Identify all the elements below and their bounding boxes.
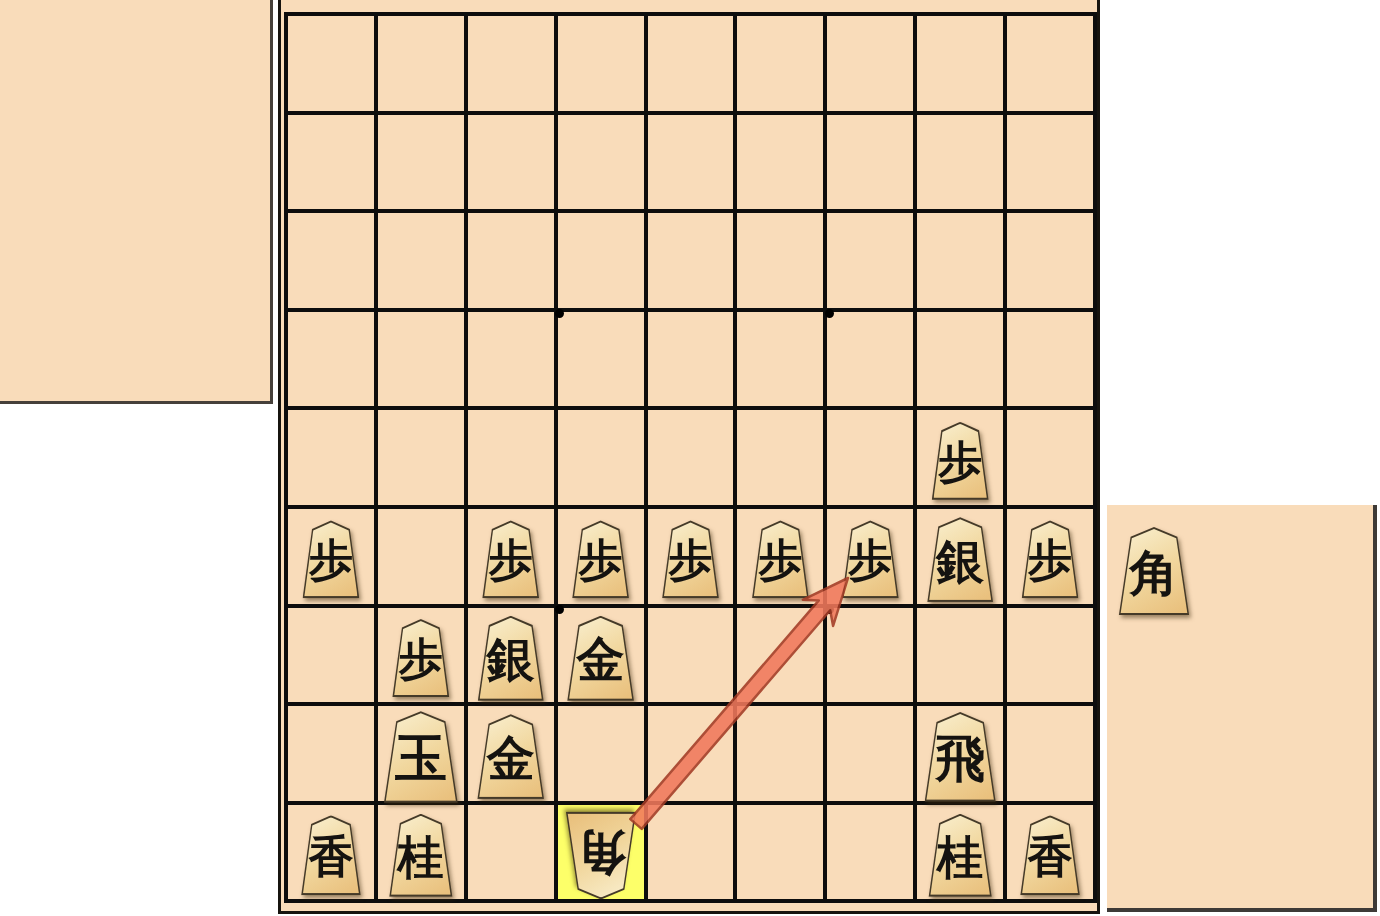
board-cell-3i[interactable] bbox=[827, 805, 913, 900]
piece-sente-l[interactable]: 香 bbox=[298, 815, 364, 895]
board-cell-1b[interactable] bbox=[1007, 115, 1093, 210]
koma-face: 角 bbox=[1117, 529, 1191, 613]
koma-face: 香 bbox=[300, 817, 362, 893]
koma-kanji: 香 bbox=[308, 835, 353, 880]
koma-face: 歩 bbox=[481, 522, 540, 596]
board-cell-6b[interactable] bbox=[558, 115, 644, 210]
piece-sente-n[interactable]: 桂 bbox=[386, 814, 456, 897]
koma-kanji: 香 bbox=[1028, 835, 1073, 880]
board-cell-8g[interactable]: 歩 bbox=[378, 608, 464, 703]
koma-shape: 角 bbox=[562, 812, 640, 900]
koma-face: 金 bbox=[566, 618, 636, 699]
board-cell-5b[interactable] bbox=[648, 115, 734, 210]
koma-shape: 歩 bbox=[389, 619, 452, 697]
koma-kanji: 金 bbox=[487, 735, 535, 783]
koma-shape: 歩 bbox=[749, 520, 812, 598]
koma-shape: 桂 bbox=[925, 814, 995, 897]
piece-sente-p[interactable]: 歩 bbox=[479, 520, 542, 598]
piece-sente-g[interactable]: 金 bbox=[564, 616, 638, 701]
koma-face: 歩 bbox=[751, 522, 810, 596]
board-cell-1d[interactable] bbox=[1007, 312, 1093, 407]
koma-shape: 香 bbox=[298, 815, 364, 895]
board-cell-7a[interactable] bbox=[468, 16, 554, 111]
piece-sente-p[interactable]: 歩 bbox=[569, 520, 632, 598]
koma-shape: 飛 bbox=[921, 712, 1000, 802]
koma-shape: 桂 bbox=[386, 814, 456, 897]
board-cell-4b[interactable] bbox=[737, 115, 823, 210]
piece-sente-r[interactable]: 飛 bbox=[921, 712, 1000, 802]
board-cell-3d[interactable] bbox=[827, 312, 913, 407]
board-cell-9g[interactable] bbox=[288, 608, 374, 703]
board-cell-7b[interactable] bbox=[468, 115, 554, 210]
board-cell-5c[interactable] bbox=[648, 213, 734, 308]
board-cell-5d[interactable] bbox=[648, 312, 734, 407]
piece-sente-s[interactable]: 銀 bbox=[474, 616, 547, 701]
koma-shape: 金 bbox=[564, 616, 638, 701]
koma-face: 香 bbox=[1019, 817, 1081, 893]
board-cell-8h[interactable]: 玉 bbox=[378, 706, 464, 801]
board-cell-3b[interactable] bbox=[827, 115, 913, 210]
board-cell-8f[interactable] bbox=[378, 509, 464, 604]
board-cell-2c[interactable] bbox=[917, 213, 1003, 308]
koma-kanji: 銀 bbox=[936, 538, 984, 586]
koma-kanji: 飛 bbox=[935, 735, 985, 785]
koma-kanji: 歩 bbox=[938, 441, 982, 485]
koma-shape: 角 bbox=[1115, 527, 1193, 615]
koma-kanji: 歩 bbox=[579, 540, 623, 584]
board-cell-6g[interactable]: 金 bbox=[558, 608, 644, 703]
board-cell-3c[interactable] bbox=[827, 213, 913, 308]
board-cell-8e[interactable] bbox=[378, 410, 464, 505]
board-cell-3h[interactable] bbox=[827, 706, 913, 801]
board-cell-2h[interactable]: 飛 bbox=[917, 706, 1003, 801]
piece-sente-l[interactable]: 香 bbox=[1017, 815, 1083, 895]
koma-shape: 金 bbox=[474, 714, 548, 799]
koma-kanji: 桂 bbox=[398, 835, 444, 881]
shogi-board: 歩歩歩歩歩歩歩銀歩歩銀金玉金飛香桂角桂香 bbox=[278, 0, 1100, 914]
gote-hand-tray[interactable] bbox=[0, 0, 273, 404]
koma-face: 歩 bbox=[571, 522, 630, 596]
board-cell-4i[interactable] bbox=[737, 805, 823, 900]
koma-shape: 歩 bbox=[479, 520, 542, 598]
piece-sente-n[interactable]: 桂 bbox=[925, 814, 995, 897]
koma-kanji: 歩 bbox=[1028, 540, 1072, 584]
piece-sente-p[interactable]: 歩 bbox=[749, 520, 812, 598]
board-cell-4c[interactable] bbox=[737, 213, 823, 308]
koma-face: 桂 bbox=[927, 816, 993, 895]
koma-kanji: 歩 bbox=[309, 540, 353, 584]
koma-face: 歩 bbox=[661, 522, 720, 596]
board-cell-6f[interactable]: 歩 bbox=[558, 509, 644, 604]
board-cell-9h[interactable] bbox=[288, 706, 374, 801]
sente-hand-tray[interactable]: 角 bbox=[1107, 505, 1377, 912]
piece-sente-g[interactable]: 金 bbox=[474, 714, 548, 799]
koma-shape: 銀 bbox=[924, 517, 997, 602]
koma-face: 玉 bbox=[382, 713, 460, 801]
board-cell-2g[interactable] bbox=[917, 608, 1003, 703]
koma-kanji: 歩 bbox=[399, 638, 443, 682]
koma-shape: 歩 bbox=[1019, 520, 1082, 598]
board-cell-9d[interactable] bbox=[288, 312, 374, 407]
board-cell-5h[interactable] bbox=[648, 706, 734, 801]
board-cell-4e[interactable] bbox=[737, 410, 823, 505]
shogi-app: 歩歩歩歩歩歩歩銀歩歩銀金玉金飛香桂角桂香 角 bbox=[0, 0, 1380, 916]
koma-face: 歩 bbox=[391, 621, 450, 695]
board-cell-8b[interactable] bbox=[378, 115, 464, 210]
board-cell-7c[interactable] bbox=[468, 213, 554, 308]
koma-face: 歩 bbox=[301, 522, 360, 596]
board-cell-7g[interactable]: 銀 bbox=[468, 608, 554, 703]
board-cell-6d[interactable] bbox=[558, 312, 644, 407]
koma-kanji: 金 bbox=[577, 637, 625, 685]
board-cell-5a[interactable] bbox=[648, 16, 734, 111]
koma-kanji: 角 bbox=[1130, 549, 1179, 598]
piece-sente-p[interactable]: 歩 bbox=[659, 520, 722, 598]
koma-kanji: 桂 bbox=[937, 835, 983, 881]
board-cell-8i[interactable]: 桂 bbox=[378, 805, 464, 900]
piece-sente-k[interactable]: 玉 bbox=[380, 711, 462, 803]
board-cell-1g[interactable] bbox=[1007, 608, 1093, 703]
board-cell-6a[interactable] bbox=[558, 16, 644, 111]
koma-face: 銀 bbox=[476, 618, 545, 699]
hand-piece-sente-b[interactable]: 角 bbox=[1115, 527, 1193, 615]
koma-face: 歩 bbox=[841, 522, 900, 596]
koma-shape: 歩 bbox=[839, 520, 902, 598]
koma-kanji: 銀 bbox=[487, 637, 535, 685]
board-cell-1a[interactable] bbox=[1007, 16, 1093, 111]
koma-kanji: 歩 bbox=[669, 540, 713, 584]
board-cell-4g[interactable] bbox=[737, 608, 823, 703]
board-cell-2e[interactable]: 歩 bbox=[917, 410, 1003, 505]
board-cell-3g[interactable] bbox=[827, 608, 913, 703]
koma-kanji: 玉 bbox=[395, 734, 447, 786]
piece-sente-p[interactable]: 歩 bbox=[299, 520, 362, 598]
board-cell-1f[interactable]: 歩 bbox=[1007, 509, 1093, 604]
board-cell-2a[interactable] bbox=[917, 16, 1003, 111]
star-point bbox=[825, 605, 834, 614]
board-cell-7f[interactable]: 歩 bbox=[468, 509, 554, 604]
koma-kanji: 歩 bbox=[489, 540, 533, 584]
board-cell-7i[interactable] bbox=[468, 805, 554, 900]
board-cell-1e[interactable] bbox=[1007, 410, 1093, 505]
koma-kanji: 角 bbox=[576, 829, 625, 878]
koma-shape: 歩 bbox=[929, 422, 992, 500]
board-cell-6i[interactable]: 角 bbox=[558, 805, 644, 900]
board-cell-2i[interactable]: 桂 bbox=[917, 805, 1003, 900]
koma-shape: 歩 bbox=[299, 520, 362, 598]
board-cell-4a[interactable] bbox=[737, 16, 823, 111]
piece-sente-p[interactable]: 歩 bbox=[389, 619, 452, 697]
koma-shape: 香 bbox=[1017, 815, 1083, 895]
board-cell-8d[interactable] bbox=[378, 312, 464, 407]
board-cell-7h[interactable]: 金 bbox=[468, 706, 554, 801]
piece-sente-s[interactable]: 銀 bbox=[924, 517, 997, 602]
koma-kanji: 歩 bbox=[758, 540, 802, 584]
board-cell-4h[interactable] bbox=[737, 706, 823, 801]
koma-face: 歩 bbox=[931, 424, 990, 498]
board-cell-9f[interactable]: 歩 bbox=[288, 509, 374, 604]
board-cell-8c[interactable] bbox=[378, 213, 464, 308]
koma-shape: 玉 bbox=[380, 711, 462, 803]
board-cell-9a[interactable] bbox=[288, 16, 374, 111]
board-cell-3e[interactable] bbox=[827, 410, 913, 505]
piece-gote-b[interactable]: 角 bbox=[562, 812, 640, 900]
board-cell-5i[interactable] bbox=[648, 805, 734, 900]
koma-kanji: 歩 bbox=[848, 540, 892, 584]
board-cell-9b[interactable] bbox=[288, 115, 374, 210]
board-grid: 歩歩歩歩歩歩歩銀歩歩銀金玉金飛香桂角桂香 bbox=[284, 12, 1097, 903]
board-cell-4d[interactable] bbox=[737, 312, 823, 407]
board-cell-7e[interactable] bbox=[468, 410, 554, 505]
piece-sente-p[interactable]: 歩 bbox=[929, 422, 992, 500]
koma-face: 銀 bbox=[926, 519, 995, 600]
board-cell-1h[interactable] bbox=[1007, 706, 1093, 801]
koma-shape: 銀 bbox=[474, 616, 547, 701]
board-cell-9c[interactable] bbox=[288, 213, 374, 308]
board-cell-5e[interactable] bbox=[648, 410, 734, 505]
koma-face: 角 bbox=[564, 814, 638, 898]
board-cell-4f[interactable]: 歩 bbox=[737, 509, 823, 604]
piece-sente-p[interactable]: 歩 bbox=[1019, 520, 1082, 598]
board-cell-1c[interactable] bbox=[1007, 213, 1093, 308]
piece-sente-p[interactable]: 歩 bbox=[839, 520, 902, 598]
board-cell-5g[interactable] bbox=[648, 608, 734, 703]
board-cell-2d[interactable] bbox=[917, 312, 1003, 407]
board-cell-6h[interactable] bbox=[558, 706, 644, 801]
koma-face: 歩 bbox=[1021, 522, 1080, 596]
board-cell-9i[interactable]: 香 bbox=[288, 805, 374, 900]
board-cell-8a[interactable] bbox=[378, 16, 464, 111]
koma-shape: 歩 bbox=[569, 520, 632, 598]
board-cell-3a[interactable] bbox=[827, 16, 913, 111]
board-cell-7d[interactable] bbox=[468, 312, 554, 407]
board-cell-2f[interactable]: 銀 bbox=[917, 509, 1003, 604]
board-cell-3f[interactable]: 歩 bbox=[827, 509, 913, 604]
board-cell-5f[interactable]: 歩 bbox=[648, 509, 734, 604]
koma-shape: 歩 bbox=[659, 520, 722, 598]
koma-face: 桂 bbox=[388, 816, 454, 895]
board-cell-9e[interactable] bbox=[288, 410, 374, 505]
koma-face: 金 bbox=[476, 716, 546, 797]
board-cell-1i[interactable]: 香 bbox=[1007, 805, 1093, 900]
board-cell-6c[interactable] bbox=[558, 213, 644, 308]
board-cell-6e[interactable] bbox=[558, 410, 644, 505]
koma-face: 飛 bbox=[923, 714, 998, 800]
board-cell-2b[interactable] bbox=[917, 115, 1003, 210]
